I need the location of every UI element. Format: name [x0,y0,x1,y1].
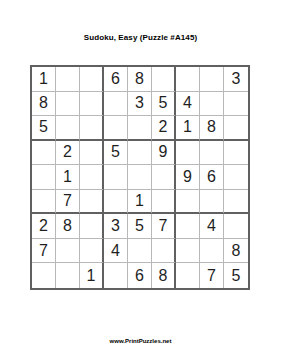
sudoku-cell: 1 [32,67,56,92]
sudoku-cell [200,92,224,117]
sudoku-cell: 6 [128,263,152,288]
sudoku-cell: 8 [200,116,224,141]
sudoku-cell [176,67,200,92]
sudoku-cell: 4 [200,214,224,239]
sudoku-cell [200,141,224,166]
sudoku-cell [104,92,128,117]
sudoku-cell: 2 [32,214,56,239]
sudoku-cell [224,165,248,190]
sudoku-cell: 9 [152,141,176,166]
sudoku-cell [176,141,200,166]
sudoku-cell: 7 [32,239,56,264]
sudoku-cell [224,116,248,141]
sudoku-board: 1683835452182591967128357474816875 [30,65,250,290]
sudoku-cell [104,116,128,141]
sudoku-cell [176,263,200,288]
sudoku-cell [128,116,152,141]
sudoku-cell: 4 [176,92,200,117]
sudoku-cell: 1 [128,190,152,215]
printable-sudoku-page: Sudoku, Easy (Puzzle #A145) 168383545218… [0,0,281,363]
sudoku-cell [176,190,200,215]
sudoku-cell: 5 [152,92,176,117]
sudoku-cell: 7 [152,214,176,239]
sudoku-cell [152,67,176,92]
sudoku-cell: 6 [200,165,224,190]
sudoku-cell [200,67,224,92]
sudoku-cell: 2 [152,116,176,141]
sudoku-cell [224,92,248,117]
sudoku-cell: 5 [128,214,152,239]
sudoku-cell [128,239,152,264]
sudoku-cell [224,214,248,239]
sudoku-cell: 3 [224,67,248,92]
sudoku-cell: 7 [200,263,224,288]
page-title: Sudoku, Easy (Puzzle #A145) [0,33,281,42]
sudoku-cell [56,263,80,288]
sudoku-cell: 1 [56,165,80,190]
sudoku-cell [80,141,104,166]
sudoku-cell: 8 [152,263,176,288]
sudoku-cell [56,239,80,264]
sudoku-cell: 1 [176,116,200,141]
sudoku-cell: 2 [56,141,80,166]
sudoku-cell [176,239,200,264]
sudoku-cell [80,190,104,215]
sudoku-cell [32,165,56,190]
footer-url: www.PrintPuzzles.net [0,338,281,344]
sudoku-cell: 8 [128,67,152,92]
sudoku-cell [56,67,80,92]
sudoku-cell [152,190,176,215]
sudoku-cell [56,116,80,141]
sudoku-cell [80,92,104,117]
sudoku-cell [104,165,128,190]
sudoku-cell [128,165,152,190]
sudoku-cell [128,141,152,166]
sudoku-cell [80,116,104,141]
sudoku-cell: 5 [32,116,56,141]
sudoku-cell [80,67,104,92]
sudoku-cell: 9 [176,165,200,190]
sudoku-cell: 8 [56,214,80,239]
sudoku-cell: 1 [80,263,104,288]
sudoku-cell [80,239,104,264]
sudoku-cell [32,190,56,215]
sudoku-cell [104,263,128,288]
sudoku-cell [152,165,176,190]
sudoku-cell: 4 [104,239,128,264]
sudoku-cell [200,190,224,215]
sudoku-cell [32,141,56,166]
sudoku-cell [200,239,224,264]
sudoku-cell: 5 [224,263,248,288]
sudoku-cell [224,190,248,215]
sudoku-cell: 3 [104,214,128,239]
sudoku-cell [80,165,104,190]
sudoku-cell: 8 [32,92,56,117]
sudoku-cell [152,239,176,264]
sudoku-cell: 7 [56,190,80,215]
sudoku-cell [80,214,104,239]
sudoku-cell: 3 [128,92,152,117]
sudoku-cell [224,141,248,166]
sudoku-cell [176,214,200,239]
sudoku-cell: 8 [224,239,248,264]
sudoku-cell [56,92,80,117]
sudoku-cell [32,263,56,288]
sudoku-cell [104,190,128,215]
sudoku-cell: 6 [104,67,128,92]
sudoku-cell: 5 [104,141,128,166]
